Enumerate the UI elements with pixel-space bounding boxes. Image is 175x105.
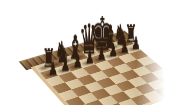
black-pawn: ♟ xyxy=(109,42,117,59)
black-pawn: ♟ xyxy=(120,38,128,55)
black-pawn: ♟ xyxy=(132,35,140,52)
square-c4 xyxy=(84,81,103,92)
square-b5 xyxy=(65,78,84,89)
black-pawn: ♟ xyxy=(48,60,56,78)
chess-board: ♜♞♝♛♚♝♞♜♟♟♟♟♟♟♟♟ xyxy=(24,32,175,105)
board-grid: ♜♞♝♛♚♝♞♜♟♟♟♟♟♟♟♟ xyxy=(30,38,175,105)
black-pawn: ♟ xyxy=(97,45,105,62)
chess-set-photo: ♜♞♝♛♚♝♞♜♟♟♟♟♟♟♟♟ xyxy=(0,0,175,105)
black-pawn: ♟ xyxy=(85,49,93,67)
black-pawn: ♟ xyxy=(61,56,69,74)
board-scene: ♜♞♝♛♚♝♞♜♟♟♟♟♟♟♟♟ xyxy=(0,0,175,105)
black-pawn: ♟ xyxy=(73,52,81,70)
